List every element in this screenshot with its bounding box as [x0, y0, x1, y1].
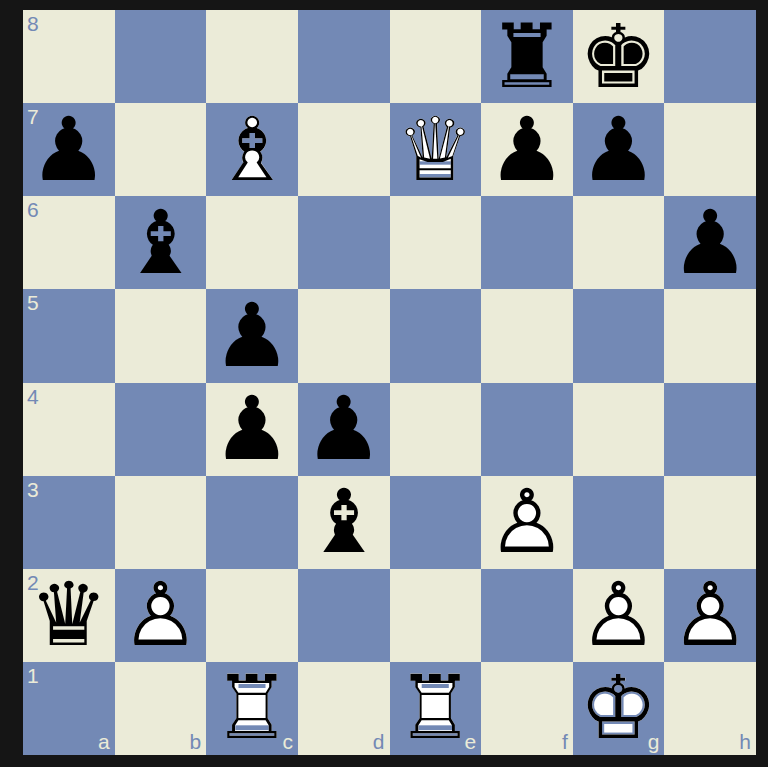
square-a4[interactable]: 4 — [23, 383, 115, 476]
square-c4[interactable]: ♟ — [206, 383, 298, 476]
square-d4[interactable]: ♟ — [298, 383, 390, 476]
chess-board: 8♜♚7♟♝♗♛♕♟♟6♝♟5♟4♟♟3♝♟♙2♛♟♙♟♙♟♙1abc♜♖de♜… — [23, 10, 756, 755]
file-label-a: a — [98, 731, 110, 752]
square-h5[interactable] — [664, 289, 756, 382]
square-a1[interactable]: 1a — [23, 662, 115, 755]
square-a6[interactable]: 6 — [23, 196, 115, 289]
square-d8[interactable] — [298, 10, 390, 103]
piece-black-queen[interactable]: ♛ — [23, 569, 115, 662]
square-b4[interactable] — [115, 383, 207, 476]
piece-black-pawn[interactable]: ♟ — [23, 103, 115, 196]
piece-white-queen[interactable]: ♛♕ — [390, 103, 482, 196]
piece-black-pawn[interactable]: ♟ — [664, 196, 756, 289]
square-e8[interactable] — [390, 10, 482, 103]
square-f7[interactable]: ♟ — [481, 103, 573, 196]
square-g1[interactable]: g♚♔ — [573, 662, 665, 755]
square-f1[interactable]: f — [481, 662, 573, 755]
rank-label-4: 4 — [27, 386, 39, 407]
square-g5[interactable] — [573, 289, 665, 382]
square-b8[interactable] — [115, 10, 207, 103]
piece-black-bishop[interactable]: ♝ — [298, 476, 390, 569]
square-b2[interactable]: ♟♙ — [115, 569, 207, 662]
piece-black-bishop[interactable]: ♝ — [115, 196, 207, 289]
square-c1[interactable]: c♜♖ — [206, 662, 298, 755]
square-e1[interactable]: e♜♖ — [390, 662, 482, 755]
rank-label-8: 8 — [27, 13, 39, 34]
square-e6[interactable] — [390, 196, 482, 289]
square-h8[interactable] — [664, 10, 756, 103]
file-label-h: h — [739, 731, 751, 752]
piece-white-pawn[interactable]: ♟♙ — [115, 569, 207, 662]
piece-black-pawn[interactable]: ♟ — [573, 103, 665, 196]
piece-white-pawn[interactable]: ♟♙ — [481, 476, 573, 569]
piece-black-king[interactable]: ♚ — [573, 10, 665, 103]
square-c3[interactable] — [206, 476, 298, 569]
square-e3[interactable] — [390, 476, 482, 569]
square-b5[interactable] — [115, 289, 207, 382]
square-g6[interactable] — [573, 196, 665, 289]
square-g3[interactable] — [573, 476, 665, 569]
square-a5[interactable]: 5 — [23, 289, 115, 382]
square-c5[interactable]: ♟ — [206, 289, 298, 382]
square-h6[interactable]: ♟ — [664, 196, 756, 289]
square-g2[interactable]: ♟♙ — [573, 569, 665, 662]
piece-black-rook[interactable]: ♜ — [481, 10, 573, 103]
square-g8[interactable]: ♚ — [573, 10, 665, 103]
square-d3[interactable]: ♝ — [298, 476, 390, 569]
square-e2[interactable] — [390, 569, 482, 662]
piece-black-pawn[interactable]: ♟ — [481, 103, 573, 196]
rank-label-3: 3 — [27, 479, 39, 500]
square-h1[interactable]: h — [664, 662, 756, 755]
square-a2[interactable]: 2♛ — [23, 569, 115, 662]
square-f3[interactable]: ♟♙ — [481, 476, 573, 569]
square-f5[interactable] — [481, 289, 573, 382]
piece-black-pawn[interactable]: ♟ — [298, 383, 390, 476]
square-b3[interactable] — [115, 476, 207, 569]
square-a3[interactable]: 3 — [23, 476, 115, 569]
square-g7[interactable]: ♟ — [573, 103, 665, 196]
square-f2[interactable] — [481, 569, 573, 662]
square-d1[interactable]: d — [298, 662, 390, 755]
piece-white-pawn[interactable]: ♟♙ — [664, 569, 756, 662]
square-e5[interactable] — [390, 289, 482, 382]
piece-white-rook[interactable]: ♜♖ — [206, 662, 298, 755]
file-label-d: d — [373, 731, 385, 752]
rank-label-6: 6 — [27, 199, 39, 220]
square-f6[interactable] — [481, 196, 573, 289]
square-b1[interactable]: b — [115, 662, 207, 755]
square-a8[interactable]: 8 — [23, 10, 115, 103]
square-c2[interactable] — [206, 569, 298, 662]
square-d7[interactable] — [298, 103, 390, 196]
square-b6[interactable]: ♝ — [115, 196, 207, 289]
piece-white-pawn[interactable]: ♟♙ — [573, 569, 665, 662]
square-d5[interactable] — [298, 289, 390, 382]
piece-black-pawn[interactable]: ♟ — [206, 383, 298, 476]
square-c6[interactable] — [206, 196, 298, 289]
square-h2[interactable]: ♟♙ — [664, 569, 756, 662]
square-e7[interactable]: ♛♕ — [390, 103, 482, 196]
piece-black-pawn[interactable]: ♟ — [206, 289, 298, 382]
rank-label-5: 5 — [27, 292, 39, 313]
piece-white-bishop[interactable]: ♝♗ — [206, 103, 298, 196]
square-d6[interactable] — [298, 196, 390, 289]
square-e4[interactable] — [390, 383, 482, 476]
square-f8[interactable]: ♜ — [481, 10, 573, 103]
piece-white-rook[interactable]: ♜♖ — [390, 662, 482, 755]
file-label-f: f — [562, 731, 568, 752]
square-b7[interactable] — [115, 103, 207, 196]
square-h3[interactable] — [664, 476, 756, 569]
square-g4[interactable] — [573, 383, 665, 476]
square-f4[interactable] — [481, 383, 573, 476]
square-a7[interactable]: 7♟ — [23, 103, 115, 196]
piece-white-king[interactable]: ♚♔ — [573, 662, 665, 755]
square-h4[interactable] — [664, 383, 756, 476]
square-c8[interactable] — [206, 10, 298, 103]
file-label-b: b — [190, 731, 202, 752]
rank-label-1: 1 — [27, 665, 39, 686]
square-c7[interactable]: ♝♗ — [206, 103, 298, 196]
square-h7[interactable] — [664, 103, 756, 196]
square-d2[interactable] — [298, 569, 390, 662]
